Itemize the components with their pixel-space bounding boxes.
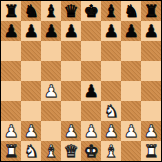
square-f8[interactable]: ♝ xyxy=(101,1,121,21)
square-g6[interactable] xyxy=(121,41,141,61)
black-pawn[interactable]: ♟ xyxy=(43,21,58,41)
square-d4[interactable] xyxy=(61,81,81,101)
black-queen[interactable]: ♛ xyxy=(63,1,78,21)
square-a4[interactable] xyxy=(1,81,21,101)
square-c2[interactable] xyxy=(41,121,61,141)
black-bishop[interactable]: ♝ xyxy=(43,1,58,21)
square-h1[interactable]: ♜ xyxy=(141,141,161,161)
chess-board: ♜♞♝♛♚♝♞♜♟♟♟♟♟♟♟♟♟♞♟♟♟♟♟♟♟♜♞♝♛♚♝♜ xyxy=(0,0,162,162)
square-f7[interactable]: ♟ xyxy=(101,21,121,41)
square-d1[interactable]: ♛ xyxy=(61,141,81,161)
square-a5[interactable] xyxy=(1,61,21,81)
square-f5[interactable] xyxy=(101,61,121,81)
white-pawn[interactable]: ♟ xyxy=(63,121,78,141)
square-e7[interactable] xyxy=(81,21,101,41)
square-f1[interactable]: ♝ xyxy=(101,141,121,161)
white-pawn[interactable]: ♟ xyxy=(123,121,138,141)
square-h8[interactable]: ♜ xyxy=(141,1,161,21)
square-c8[interactable]: ♝ xyxy=(41,1,61,21)
white-king[interactable]: ♚ xyxy=(83,141,98,161)
black-rook[interactable]: ♜ xyxy=(143,1,158,21)
black-pawn[interactable]: ♟ xyxy=(3,21,18,41)
square-c3[interactable] xyxy=(41,101,61,121)
black-pawn[interactable]: ♟ xyxy=(123,21,138,41)
square-a2[interactable]: ♟ xyxy=(1,121,21,141)
square-e5[interactable] xyxy=(81,61,101,81)
black-rook[interactable]: ♜ xyxy=(3,1,18,21)
chess-app-window: ♜♞♝♛♚♝♞♜♟♟♟♟♟♟♟♟♟♞♟♟♟♟♟♟♟♜♞♝♛♚♝♜ xyxy=(0,0,162,162)
black-knight[interactable]: ♞ xyxy=(123,1,138,21)
white-pawn[interactable]: ♟ xyxy=(23,121,38,141)
square-b4[interactable] xyxy=(21,81,41,101)
white-bishop[interactable]: ♝ xyxy=(103,141,118,161)
white-rook[interactable]: ♜ xyxy=(3,141,18,161)
black-pawn[interactable]: ♟ xyxy=(23,21,38,41)
square-e2[interactable]: ♟ xyxy=(81,121,101,141)
white-knight[interactable]: ♞ xyxy=(23,141,38,161)
square-c5[interactable] xyxy=(41,61,61,81)
square-b8[interactable]: ♞ xyxy=(21,1,41,21)
square-g4[interactable] xyxy=(121,81,141,101)
square-d5[interactable] xyxy=(61,61,81,81)
square-b6[interactable] xyxy=(21,41,41,61)
square-h6[interactable] xyxy=(141,41,161,61)
black-pawn[interactable]: ♟ xyxy=(103,21,118,41)
black-pawn[interactable]: ♟ xyxy=(63,21,78,41)
square-a8[interactable]: ♜ xyxy=(1,1,21,21)
square-g8[interactable]: ♞ xyxy=(121,1,141,21)
square-e3[interactable] xyxy=(81,101,101,121)
square-a7[interactable]: ♟ xyxy=(1,21,21,41)
square-g3[interactable] xyxy=(121,101,141,121)
white-pawn[interactable]: ♟ xyxy=(143,121,158,141)
square-c4[interactable]: ♟ xyxy=(41,81,61,101)
square-d3[interactable] xyxy=(61,101,81,121)
square-d8[interactable]: ♛ xyxy=(61,1,81,21)
white-knight[interactable]: ♞ xyxy=(103,101,118,121)
white-bishop[interactable]: ♝ xyxy=(43,141,58,161)
white-rook[interactable]: ♜ xyxy=(143,141,158,161)
square-d6[interactable] xyxy=(61,41,81,61)
black-pawn[interactable]: ♟ xyxy=(143,21,158,41)
square-b7[interactable]: ♟ xyxy=(21,21,41,41)
square-d7[interactable]: ♟ xyxy=(61,21,81,41)
square-f3[interactable]: ♞ xyxy=(101,101,121,121)
black-bishop[interactable]: ♝ xyxy=(103,1,118,21)
square-a1[interactable]: ♜ xyxy=(1,141,21,161)
white-pawn[interactable]: ♟ xyxy=(3,121,18,141)
square-c1[interactable]: ♝ xyxy=(41,141,61,161)
square-b5[interactable] xyxy=(21,61,41,81)
square-h7[interactable]: ♟ xyxy=(141,21,161,41)
square-e1[interactable]: ♚ xyxy=(81,141,101,161)
square-h5[interactable] xyxy=(141,61,161,81)
square-g7[interactable]: ♟ xyxy=(121,21,141,41)
square-h3[interactable] xyxy=(141,101,161,121)
square-g5[interactable] xyxy=(121,61,141,81)
square-c6[interactable] xyxy=(41,41,61,61)
square-f6[interactable] xyxy=(101,41,121,61)
square-b1[interactable]: ♞ xyxy=(21,141,41,161)
white-pawn[interactable]: ♟ xyxy=(103,121,118,141)
square-b2[interactable]: ♟ xyxy=(21,121,41,141)
black-knight[interactable]: ♞ xyxy=(23,1,38,21)
square-e6[interactable] xyxy=(81,41,101,61)
square-g1[interactable] xyxy=(121,141,141,161)
square-f2[interactable]: ♟ xyxy=(101,121,121,141)
square-e8[interactable]: ♚ xyxy=(81,1,101,21)
white-queen[interactable]: ♛ xyxy=(63,141,78,161)
square-h2[interactable]: ♟ xyxy=(141,121,161,141)
square-h4[interactable] xyxy=(141,81,161,101)
black-pawn[interactable]: ♟ xyxy=(83,81,98,101)
square-e4[interactable]: ♟ xyxy=(81,81,101,101)
square-d2[interactable]: ♟ xyxy=(61,121,81,141)
white-pawn[interactable]: ♟ xyxy=(43,81,58,101)
square-c7[interactable]: ♟ xyxy=(41,21,61,41)
square-b3[interactable] xyxy=(21,101,41,121)
square-g2[interactable]: ♟ xyxy=(121,121,141,141)
square-f4[interactable] xyxy=(101,81,121,101)
square-a6[interactable] xyxy=(1,41,21,61)
white-pawn[interactable]: ♟ xyxy=(83,121,98,141)
square-a3[interactable] xyxy=(1,101,21,121)
black-king[interactable]: ♚ xyxy=(83,1,98,21)
